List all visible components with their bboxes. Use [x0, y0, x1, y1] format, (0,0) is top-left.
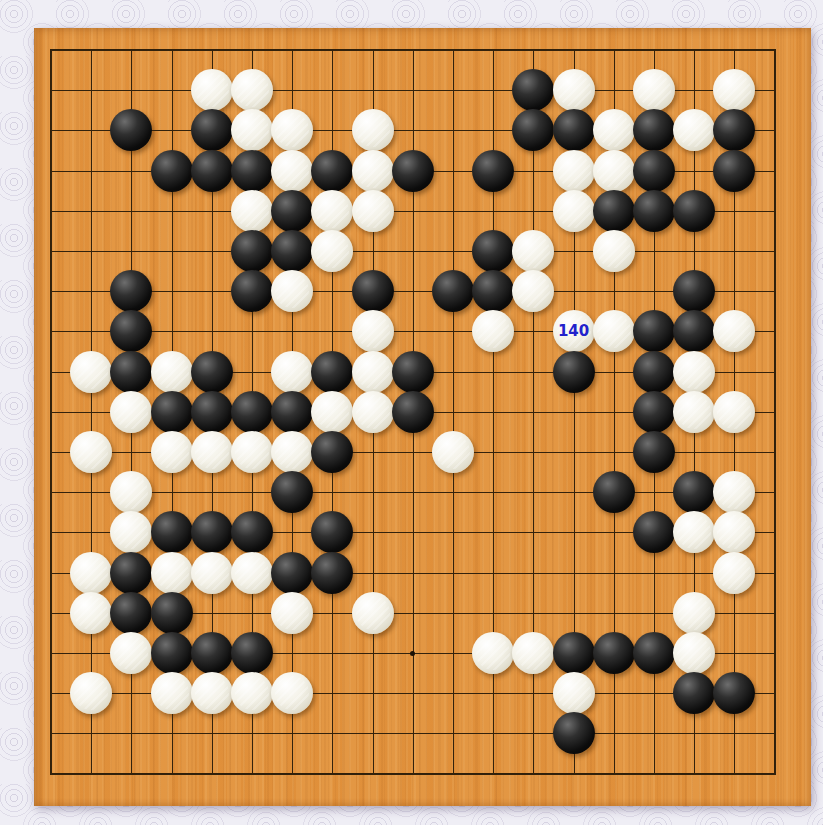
white-stone [352, 310, 394, 352]
white-stone [673, 391, 715, 433]
white-stone [151, 672, 193, 714]
black-stone [271, 190, 313, 232]
white-stone [593, 150, 635, 192]
black-stone [633, 391, 675, 433]
white-stone: 140 [553, 310, 595, 352]
white-stone [151, 351, 193, 393]
white-stone [70, 592, 112, 634]
white-stone [191, 552, 233, 594]
black-stone [191, 511, 233, 553]
black-stone [151, 511, 193, 553]
black-stone [593, 471, 635, 513]
grid-line-vertical [453, 50, 454, 774]
white-stone [271, 431, 313, 473]
white-stone [472, 632, 514, 674]
black-stone [151, 150, 193, 192]
wallpaper-background: 140 [0, 0, 823, 825]
black-stone [191, 150, 233, 192]
white-stone [553, 150, 595, 192]
white-stone [271, 150, 313, 192]
white-stone [271, 592, 313, 634]
grid-line-vertical [775, 50, 776, 774]
white-stone [593, 230, 635, 272]
white-stone [553, 69, 595, 111]
black-stone [713, 150, 755, 192]
white-stone [231, 431, 273, 473]
white-stone [231, 672, 273, 714]
white-stone [151, 552, 193, 594]
black-stone [633, 632, 675, 674]
black-stone [271, 552, 313, 594]
white-stone [432, 431, 474, 473]
grid-line-horizontal [51, 774, 775, 775]
white-stone [191, 431, 233, 473]
black-stone [392, 391, 434, 433]
black-stone [151, 391, 193, 433]
white-stone [593, 310, 635, 352]
black-stone [231, 270, 273, 312]
black-stone [553, 351, 595, 393]
black-stone [231, 391, 273, 433]
black-stone [231, 632, 273, 674]
black-stone [311, 552, 353, 594]
black-stone [553, 632, 595, 674]
black-stone [191, 632, 233, 674]
black-stone [191, 109, 233, 151]
black-stone [352, 270, 394, 312]
white-stone [311, 190, 353, 232]
black-stone [553, 109, 595, 151]
black-stone [633, 190, 675, 232]
black-stone [151, 592, 193, 634]
black-stone [593, 632, 635, 674]
white-stone [352, 150, 394, 192]
black-stone [151, 632, 193, 674]
white-stone [593, 109, 635, 151]
white-stone [713, 552, 755, 594]
white-stone [70, 351, 112, 393]
white-stone [673, 351, 715, 393]
white-stone [352, 351, 394, 393]
black-stone [110, 552, 152, 594]
white-stone [231, 69, 273, 111]
white-stone [673, 592, 715, 634]
black-stone [633, 351, 675, 393]
white-stone [352, 391, 394, 433]
white-stone [352, 109, 394, 151]
black-stone [110, 351, 152, 393]
black-stone [472, 150, 514, 192]
white-stone [352, 190, 394, 232]
black-stone [392, 351, 434, 393]
go-board[interactable]: 140 [34, 28, 811, 806]
black-stone [271, 391, 313, 433]
white-stone [70, 552, 112, 594]
grid-line-horizontal [51, 733, 775, 734]
black-stone [311, 150, 353, 192]
white-stone [713, 391, 755, 433]
white-stone [70, 431, 112, 473]
black-stone [633, 150, 675, 192]
black-stone [110, 592, 152, 634]
white-stone [191, 672, 233, 714]
grid-line-horizontal [51, 492, 775, 493]
move-number-label: 140 [558, 324, 589, 339]
black-stone [191, 351, 233, 393]
black-stone [593, 190, 635, 232]
white-stone [553, 672, 595, 714]
white-stone [271, 351, 313, 393]
black-stone [472, 230, 514, 272]
black-stone [553, 712, 595, 754]
white-stone [110, 391, 152, 433]
black-stone [673, 190, 715, 232]
white-stone [191, 69, 233, 111]
black-stone [633, 431, 675, 473]
star-point [410, 651, 415, 656]
white-stone [633, 69, 675, 111]
black-stone [191, 391, 233, 433]
black-stone [271, 230, 313, 272]
white-stone [352, 592, 394, 634]
black-stone [231, 230, 273, 272]
black-stone [432, 270, 474, 312]
white-stone [231, 190, 273, 232]
white-stone [553, 190, 595, 232]
white-stone [311, 391, 353, 433]
black-stone [231, 150, 273, 192]
black-stone [311, 351, 353, 393]
black-stone [392, 150, 434, 192]
white-stone [231, 552, 273, 594]
white-stone [151, 431, 193, 473]
white-stone [673, 632, 715, 674]
